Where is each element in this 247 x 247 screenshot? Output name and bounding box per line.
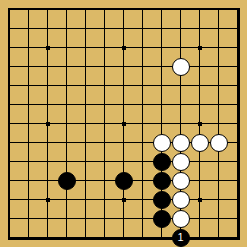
white-stone bbox=[172, 153, 190, 171]
black-stone bbox=[153, 191, 171, 209]
black-stone bbox=[115, 172, 133, 190]
move-number-label: 1 bbox=[177, 232, 183, 243]
white-stone bbox=[172, 191, 190, 209]
star-point bbox=[122, 46, 126, 50]
star-point bbox=[46, 46, 50, 50]
black-stone bbox=[153, 172, 171, 190]
white-stone bbox=[172, 172, 190, 190]
star-point bbox=[198, 122, 202, 126]
go-diagram: 1 bbox=[0, 0, 247, 247]
black-stone bbox=[58, 172, 76, 190]
white-stone bbox=[191, 134, 209, 152]
white-stone bbox=[172, 134, 190, 152]
star-point bbox=[46, 122, 50, 126]
star-point bbox=[198, 46, 202, 50]
white-stone bbox=[153, 134, 171, 152]
black-stone bbox=[153, 210, 171, 228]
go-board[interactable]: 1 bbox=[0, 0, 247, 247]
star-point bbox=[122, 198, 126, 202]
black-stone bbox=[153, 153, 171, 171]
star-point bbox=[122, 122, 126, 126]
white-stone bbox=[172, 58, 190, 76]
star-point bbox=[198, 198, 202, 202]
move-1-stone: 1 bbox=[172, 229, 190, 247]
white-stone bbox=[172, 210, 190, 228]
white-stone bbox=[210, 134, 228, 152]
star-point bbox=[46, 198, 50, 202]
